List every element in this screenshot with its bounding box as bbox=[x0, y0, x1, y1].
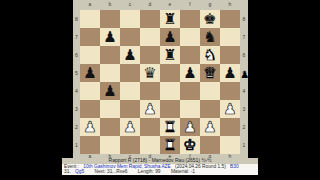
square-e6[interactable]: ♜ bbox=[160, 46, 180, 64]
square-c7[interactable] bbox=[120, 28, 140, 46]
file-label-c: c bbox=[120, 1, 140, 7]
rank-label-4: 4 bbox=[240, 82, 248, 100]
square-e3[interactable] bbox=[160, 100, 180, 118]
square-a3[interactable] bbox=[80, 100, 100, 118]
square-f7[interactable] bbox=[180, 28, 200, 46]
event-details: (2024.04.26 Round 1.5) bbox=[175, 164, 226, 169]
rank-label-3: 3 bbox=[240, 100, 248, 118]
square-a6[interactable] bbox=[80, 46, 100, 64]
square-h7[interactable] bbox=[220, 28, 240, 46]
white-king-f1[interactable]: ♚ bbox=[180, 136, 200, 154]
black-pawn-c6[interactable]: ♟ bbox=[120, 46, 140, 64]
rank-label-5: 5 bbox=[73, 64, 80, 82]
square-f6[interactable] bbox=[180, 46, 200, 64]
white-knight-g6[interactable]: ♞ bbox=[200, 46, 220, 64]
black-pawn-b4[interactable]: ♟ bbox=[100, 82, 120, 100]
square-c8[interactable] bbox=[120, 10, 140, 28]
square-b3[interactable] bbox=[100, 100, 120, 118]
black-king-g8[interactable]: ♚ bbox=[200, 10, 220, 28]
white-pawn-c2[interactable]: ♟ bbox=[120, 118, 140, 136]
square-f8[interactable] bbox=[180, 10, 200, 28]
square-d8[interactable] bbox=[140, 10, 160, 28]
square-f5[interactable]: ♟ bbox=[180, 64, 200, 82]
event-label: Event : bbox=[64, 164, 79, 169]
rank-label-8: 8 bbox=[240, 10, 248, 28]
square-e8[interactable]: ♜ bbox=[160, 10, 180, 28]
rank-label-6: 6 bbox=[73, 46, 80, 64]
square-h6[interactable] bbox=[220, 46, 240, 64]
square-a7[interactable] bbox=[80, 28, 100, 46]
square-b6[interactable] bbox=[100, 46, 120, 64]
rank-label-2: 2 bbox=[73, 118, 80, 136]
square-g7[interactable]: ♞ bbox=[200, 28, 220, 46]
square-d6[interactable] bbox=[140, 46, 160, 64]
file-label-a: a bbox=[80, 1, 100, 7]
square-a4[interactable] bbox=[80, 82, 100, 100]
material-pawn-icon: ♟ bbox=[239, 69, 251, 81]
square-c2[interactable]: ♟ bbox=[120, 118, 140, 136]
black-pawn-a5[interactable]: ♟ bbox=[80, 64, 100, 82]
rank-label-4: 4 bbox=[73, 82, 80, 100]
square-h5[interactable]: ♟ bbox=[220, 64, 240, 82]
black-queen-d5[interactable]: ♛ bbox=[140, 64, 160, 82]
square-a1[interactable] bbox=[80, 136, 100, 154]
square-d1[interactable] bbox=[140, 136, 160, 154]
rank-label-1: 1 bbox=[240, 136, 248, 154]
move-number: 31. bbox=[64, 169, 71, 174]
white-pawn-h3[interactable]: ♟ bbox=[220, 100, 240, 118]
square-b5[interactable] bbox=[100, 64, 120, 82]
next-move: Next: 31...Rxe6 bbox=[94, 169, 127, 174]
rank-label-3: 3 bbox=[73, 100, 80, 118]
engine-info-line: 31. Qg5 Next: 31...Rxe6 Length: 99 Mater… bbox=[62, 169, 258, 175]
file-labels-top: abcdefgh bbox=[80, 1, 240, 7]
game-length: Length: 99 bbox=[138, 169, 161, 174]
square-e4[interactable] bbox=[160, 82, 180, 100]
square-e7[interactable]: ♟ bbox=[160, 28, 180, 46]
square-g8[interactable]: ♚ bbox=[200, 10, 220, 28]
square-c6[interactable]: ♟ bbox=[120, 46, 140, 64]
white-pawn-f2[interactable]: ♟ bbox=[180, 118, 200, 136]
square-e5[interactable] bbox=[160, 64, 180, 82]
chess-board: ♜♚♟♟♞♟♜♞♟♛♟♛♟♟♟♟♟♟♜♟♟♜♚ bbox=[80, 10, 240, 154]
white-rook-e1[interactable]: ♜ bbox=[160, 136, 180, 154]
square-h1[interactable] bbox=[220, 136, 240, 154]
file-label-f: f bbox=[180, 1, 200, 7]
square-c1[interactable] bbox=[120, 136, 140, 154]
square-h2[interactable] bbox=[220, 118, 240, 136]
rank-label-6: 6 bbox=[240, 46, 248, 64]
white-pawn-a2[interactable]: ♟ bbox=[80, 118, 100, 136]
event-name: 10th Gashimov Mem Rapid, Shusha AZE bbox=[83, 164, 170, 169]
white-rook-e2[interactable]: ♜ bbox=[160, 118, 180, 136]
black-pawn-f5[interactable]: ♟ bbox=[180, 64, 200, 82]
white-pawn-d3[interactable]: ♟ bbox=[140, 100, 160, 118]
square-d7[interactable] bbox=[140, 28, 160, 46]
last-move: Qg5 bbox=[75, 169, 84, 174]
square-g1[interactable] bbox=[200, 136, 220, 154]
square-f1[interactable]: ♚ bbox=[180, 136, 200, 154]
square-f2[interactable]: ♟ bbox=[180, 118, 200, 136]
square-b1[interactable] bbox=[100, 136, 120, 154]
square-c3[interactable] bbox=[120, 100, 140, 118]
square-e1[interactable]: ♜ bbox=[160, 136, 180, 154]
square-b8[interactable] bbox=[100, 10, 120, 28]
rank-label-2: 2 bbox=[240, 118, 248, 136]
square-a2[interactable]: ♟ bbox=[80, 118, 100, 136]
square-f3[interactable] bbox=[180, 100, 200, 118]
square-a8[interactable] bbox=[80, 10, 100, 28]
black-rook-e6[interactable]: ♜ bbox=[160, 46, 180, 64]
rank-label-7: 7 bbox=[73, 28, 80, 46]
square-a5[interactable]: ♟ bbox=[80, 64, 100, 82]
square-e2[interactable]: ♜ bbox=[160, 118, 180, 136]
file-label-h: h bbox=[220, 1, 240, 7]
rank-labels-left: 87654321 bbox=[73, 10, 80, 154]
square-g6[interactable]: ♞ bbox=[200, 46, 220, 64]
file-label-b: b bbox=[100, 1, 120, 7]
white-queen-g5[interactable]: ♛ bbox=[200, 64, 220, 82]
black-pawn-b7[interactable]: ♟ bbox=[100, 28, 120, 46]
rank-label-1: 1 bbox=[73, 136, 80, 154]
square-b7[interactable]: ♟ bbox=[100, 28, 120, 46]
rank-label-8: 8 bbox=[73, 10, 80, 28]
material-balance: Material: -1 bbox=[171, 169, 195, 174]
white-pawn-g2[interactable]: ♟ bbox=[200, 118, 220, 136]
square-d2[interactable] bbox=[140, 118, 160, 136]
square-g4[interactable] bbox=[200, 82, 220, 100]
square-d4[interactable] bbox=[140, 82, 160, 100]
square-g5[interactable]: ♛ bbox=[200, 64, 220, 82]
rank-labels-right: 87654321 bbox=[240, 10, 248, 154]
square-h4[interactable] bbox=[220, 82, 240, 100]
black-to-move-indicator-icon bbox=[64, 16, 70, 22]
square-f4[interactable] bbox=[180, 82, 200, 100]
rank-label-7: 7 bbox=[240, 28, 248, 46]
square-d3[interactable]: ♟ bbox=[140, 100, 160, 118]
black-knight-g7[interactable]: ♞ bbox=[200, 28, 220, 46]
square-c5[interactable] bbox=[120, 64, 140, 82]
square-c4[interactable] bbox=[120, 82, 140, 100]
black-pawn-e7[interactable]: ♟ bbox=[160, 28, 180, 46]
file-label-e: e bbox=[160, 1, 180, 7]
square-d5[interactable]: ♛ bbox=[140, 64, 160, 82]
eco-code: B30 bbox=[230, 164, 239, 169]
black-pawn-h5[interactable]: ♟ bbox=[220, 64, 240, 82]
square-h3[interactable]: ♟ bbox=[220, 100, 240, 118]
square-b4[interactable]: ♟ bbox=[100, 82, 120, 100]
game-info-box: Event : 10th Gashimov Mem Rapid, Shusha … bbox=[62, 164, 258, 175]
square-h8[interactable] bbox=[220, 10, 240, 28]
file-label-g: g bbox=[200, 1, 220, 7]
file-label-d: d bbox=[140, 1, 160, 7]
square-g2[interactable]: ♟ bbox=[200, 118, 220, 136]
black-rook-e8[interactable]: ♜ bbox=[160, 10, 180, 28]
square-b2[interactable] bbox=[100, 118, 120, 136]
square-g3[interactable] bbox=[200, 100, 220, 118]
